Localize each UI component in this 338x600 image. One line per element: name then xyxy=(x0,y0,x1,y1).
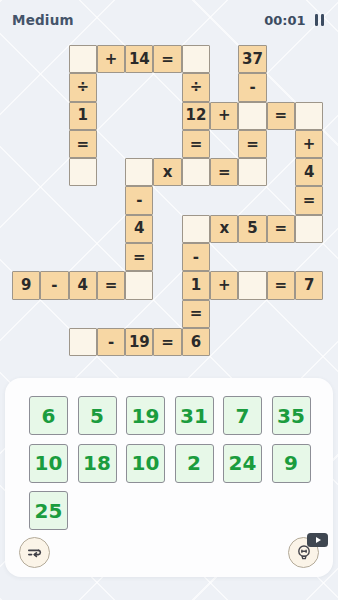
number-tile-8-10[interactable]: 10 xyxy=(126,444,165,483)
cell-r3c10-given: + xyxy=(295,130,323,158)
cell-r8c7-given: + xyxy=(210,271,238,299)
cell-r7c4-given: = xyxy=(125,243,153,271)
top-bar: Medium 00:01 xyxy=(0,0,338,40)
cell-r4c4-empty[interactable] xyxy=(125,158,153,186)
cell-r8c2-given: 4 xyxy=(69,271,97,299)
play-icon xyxy=(316,537,321,543)
cell-r8c8-empty[interactable] xyxy=(238,271,266,299)
cell-r8c3-given: = xyxy=(97,271,125,299)
tile-tray-card: 651931735101810224925 xyxy=(5,378,333,577)
timer-area: 00:01 xyxy=(264,12,326,28)
timer-value: 00:01 xyxy=(264,13,305,28)
cell-r4c2-empty[interactable] xyxy=(69,158,97,186)
number-tile-11-9[interactable]: 9 xyxy=(272,444,311,483)
number-tile-12-25[interactable]: 25 xyxy=(29,491,68,530)
number-tile-1-5[interactable]: 5 xyxy=(78,396,117,435)
cell-r6c9-given: = xyxy=(267,215,295,243)
cell-r2c10-empty[interactable] xyxy=(295,102,323,130)
tile-tray: 651931735101810224925 xyxy=(5,396,333,530)
cell-r8c1-given: - xyxy=(40,271,68,299)
number-tile-6-10[interactable]: 10 xyxy=(29,444,68,483)
cell-r0c3-given: + xyxy=(97,45,125,73)
cell-r9c6-given: = xyxy=(182,300,210,328)
cell-r4c8-empty[interactable] xyxy=(238,158,266,186)
pause-icon xyxy=(315,14,318,26)
pause-button[interactable] xyxy=(313,12,326,28)
cell-r3c2-given: = xyxy=(69,130,97,158)
cell-r5c10-given: = xyxy=(295,186,323,214)
cell-r6c6-empty[interactable] xyxy=(182,215,210,243)
number-tile-10-24[interactable]: 24 xyxy=(223,444,262,483)
cell-r8c10-given: 7 xyxy=(295,271,323,299)
cell-r1c8-given: - xyxy=(238,73,266,101)
ad-badge xyxy=(307,533,328,547)
cell-r8c9-given: = xyxy=(267,271,295,299)
cell-r0c6-empty[interactable] xyxy=(182,45,210,73)
cell-r2c6-given: 12 xyxy=(182,102,210,130)
cell-r4c6-empty[interactable] xyxy=(182,158,210,186)
cell-r2c9-given: = xyxy=(267,102,295,130)
cell-r10c5-given: = xyxy=(153,328,181,356)
cell-r10c6-given: 6 xyxy=(182,328,210,356)
cell-r6c10-empty[interactable] xyxy=(295,215,323,243)
cell-r6c8-given: 5 xyxy=(238,215,266,243)
cell-r3c6-given: = xyxy=(182,130,210,158)
number-tile-0-6[interactable]: 6 xyxy=(29,396,68,435)
hint-button[interactable] xyxy=(288,537,319,568)
cell-r8c6-given: 1 xyxy=(182,271,210,299)
cell-r10c3-given: - xyxy=(97,328,125,356)
cell-r2c7-given: + xyxy=(210,102,238,130)
cell-r0c5-given: = xyxy=(153,45,181,73)
pause-icon xyxy=(321,14,324,26)
cell-r2c2-given: 1 xyxy=(69,102,97,130)
board: +14=37÷÷-112+====+x=4-=4x5==-9-4=1+=7=-1… xyxy=(12,45,323,356)
cell-r3c8-given: = xyxy=(238,130,266,158)
cell-r8c0-given: 9 xyxy=(12,271,40,299)
shuffle-icon xyxy=(25,543,44,562)
cell-r0c4-given: 14 xyxy=(125,45,153,73)
cell-r0c8-given: 37 xyxy=(238,45,266,73)
number-tile-9-2[interactable]: 2 xyxy=(175,444,214,483)
cell-r7c6-given: - xyxy=(182,243,210,271)
shuffle-button[interactable] xyxy=(19,537,50,568)
cell-r2c8-empty[interactable] xyxy=(238,102,266,130)
number-tile-2-19[interactable]: 19 xyxy=(126,396,165,435)
number-tile-3-31[interactable]: 31 xyxy=(175,396,214,435)
number-tile-5-35[interactable]: 35 xyxy=(272,396,311,435)
number-tile-4-7[interactable]: 7 xyxy=(223,396,262,435)
difficulty-label: Medium xyxy=(12,12,74,28)
cell-r10c2-empty[interactable] xyxy=(69,328,97,356)
cell-r6c4-given: 4 xyxy=(125,215,153,243)
cell-r8c4-empty[interactable] xyxy=(125,271,153,299)
cell-r5c4-given: - xyxy=(125,186,153,214)
cell-r6c7-given: x xyxy=(210,215,238,243)
number-tile-7-18[interactable]: 18 xyxy=(78,444,117,483)
cell-r4c5-given: x xyxy=(153,158,181,186)
cell-r4c10-given: 4 xyxy=(295,158,323,186)
cell-r4c7-given: = xyxy=(210,158,238,186)
app-screen: Medium 00:01 +14=37÷÷-112+====+x=4-=4x5=… xyxy=(0,0,338,600)
cell-r10c4-given: 19 xyxy=(125,328,153,356)
cell-r1c2-given: ÷ xyxy=(69,73,97,101)
cell-r1c6-given: ÷ xyxy=(182,73,210,101)
cell-r0c2-empty[interactable] xyxy=(69,45,97,73)
